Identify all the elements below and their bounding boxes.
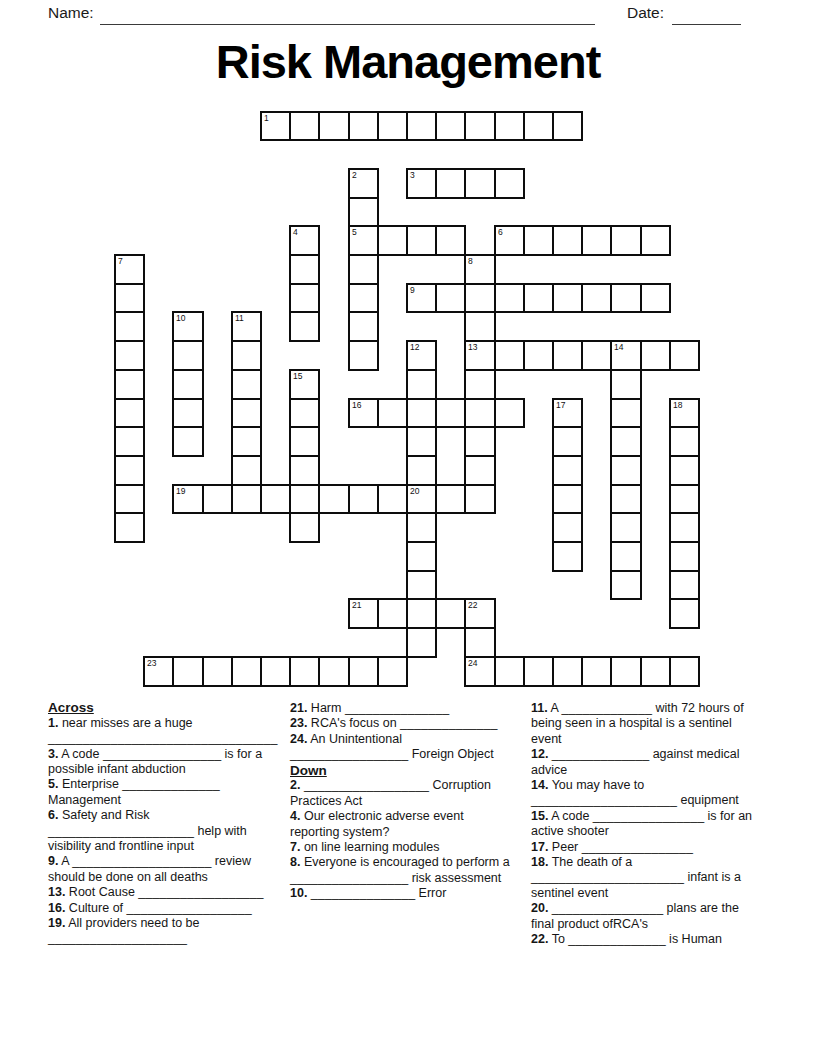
grid-cell[interactable] <box>172 656 204 687</box>
grid-cell[interactable] <box>435 598 466 629</box>
grid-cell[interactable] <box>523 225 554 256</box>
cell-number: 21 <box>352 600 361 611</box>
grid-cell[interactable] <box>231 484 262 514</box>
grid-cell[interactable] <box>610 455 642 486</box>
grid-cell[interactable] <box>669 426 700 457</box>
clue-number: 8. <box>290 855 300 869</box>
grid-cell[interactable] <box>406 512 437 543</box>
grid-cell[interactable] <box>552 426 583 457</box>
grid-cell[interactable] <box>669 484 700 514</box>
clue-item: 2. __________________ Corruption Practic… <box>290 778 514 809</box>
grid-cell[interactable] <box>552 656 583 687</box>
clue-item: 22. To ______________ is Human <box>531 932 761 947</box>
cell-number: 5 <box>352 227 357 238</box>
grid-cell[interactable] <box>348 111 379 141</box>
grid-cell[interactable] <box>464 398 496 428</box>
clue-item: 15. A code ________________ is for an ac… <box>531 809 761 840</box>
clue-item: 20. ________________ plans are the final… <box>531 901 761 932</box>
grid-cell[interactable] <box>435 111 466 141</box>
clue-number: 18. <box>531 855 548 869</box>
grid-cell[interactable] <box>114 283 145 313</box>
grid-cell[interactable] <box>435 283 466 313</box>
clue-number: 5. <box>48 777 58 791</box>
clue-item: 18. The death of a _____________________… <box>531 855 761 901</box>
grid-cell[interactable] <box>669 570 700 600</box>
clue-column-3: 11. A _____________ with 72 hours of bei… <box>531 701 761 948</box>
grid-cell[interactable] <box>231 656 262 687</box>
clue-number: 20. <box>531 901 548 915</box>
clue-item: 8. Everyone is encouraged to perform a _… <box>290 855 514 886</box>
grid-cell[interactable] <box>640 340 671 371</box>
cell-number: 17 <box>556 400 565 411</box>
clue-column-2: 21. Harm _______________23. RCA's focus … <box>290 701 514 902</box>
grid-cell[interactable]: 12 <box>406 340 437 371</box>
cell-number: 4 <box>293 227 298 238</box>
grid-cell[interactable]: 17 <box>552 398 583 428</box>
cell-number: 10 <box>176 313 185 324</box>
clue-item: 1. near misses are a huge ______________… <box>48 716 285 747</box>
grid-cell[interactable] <box>348 656 379 687</box>
clue-number: 16. <box>48 901 65 915</box>
clue-number: 12. <box>531 747 548 761</box>
grid-cell[interactable]: 4 <box>289 225 320 256</box>
grid-cell[interactable]: 20 <box>406 484 437 514</box>
grid-cell[interactable]: 8 <box>464 254 496 285</box>
grid-cell[interactable] <box>464 111 496 141</box>
grid-cell[interactable] <box>406 541 437 572</box>
clues-section-header: Across <box>48 700 285 716</box>
grid-cell[interactable] <box>406 627 437 658</box>
grid-cell[interactable] <box>610 541 642 572</box>
grid-cell[interactable] <box>581 340 612 371</box>
cell-number: 20 <box>410 486 419 497</box>
grid-cell[interactable] <box>552 512 583 543</box>
grid-cell[interactable] <box>114 426 145 457</box>
grid-cell[interactable] <box>494 168 525 199</box>
grid-cell[interactable] <box>348 340 379 371</box>
grid-cell[interactable]: 3 <box>406 168 437 199</box>
clue-item: 13. Root Cause __________________ <box>48 885 285 900</box>
grid-cell[interactable]: 15 <box>289 369 320 400</box>
grid-cell[interactable] <box>669 541 700 572</box>
grid-cell[interactable] <box>406 225 437 256</box>
clue-item: 3. A code _________________ is for a pos… <box>48 747 285 778</box>
grid-cell[interactable] <box>464 311 496 342</box>
clue-number: 17. <box>531 840 548 854</box>
grid-cell[interactable] <box>464 426 496 457</box>
grid-cell[interactable] <box>552 340 583 371</box>
clue-item: 14. You may have to ____________________… <box>531 778 761 809</box>
clue-item: 10. _______________ Error <box>290 886 514 901</box>
grid-cell[interactable] <box>231 455 262 486</box>
grid-cell[interactable] <box>231 340 262 371</box>
grid-cell[interactable] <box>581 656 612 687</box>
grid-cell[interactable]: 16 <box>348 398 379 428</box>
grid-cell[interactable] <box>464 455 496 486</box>
grid-cell[interactable] <box>640 656 671 687</box>
grid-cell[interactable] <box>377 656 408 687</box>
grid-cell[interactable] <box>523 656 554 687</box>
grid-cell[interactable] <box>406 398 437 428</box>
clue-item: 6. Safety and Risk _____________________… <box>48 808 285 854</box>
grid-cell[interactable] <box>581 225 612 256</box>
grid-cell[interactable] <box>610 656 642 687</box>
clue-item: 17. Peer ________________ <box>531 840 761 855</box>
grid-cell[interactable] <box>114 484 145 514</box>
grid-cell[interactable] <box>494 283 525 313</box>
grid-cell[interactable] <box>610 369 642 400</box>
crossword-grid: 123456789101112131415161718192021222324 <box>0 0 816 700</box>
grid-cell[interactable] <box>114 340 145 371</box>
cell-number: 19 <box>176 486 185 497</box>
grid-cell[interactable] <box>260 484 291 514</box>
grid-cell[interactable] <box>231 426 262 457</box>
grid-cell[interactable]: 23 <box>143 656 174 687</box>
grid-cell[interactable]: 1 <box>260 111 291 141</box>
cell-number: 12 <box>410 342 419 353</box>
grid-cell[interactable] <box>406 369 437 400</box>
grid-cell[interactable] <box>406 570 437 600</box>
grid-cell[interactable] <box>318 484 350 514</box>
clue-number: 21. <box>290 701 307 715</box>
cell-number: 9 <box>410 285 415 296</box>
grid-cell[interactable] <box>172 426 204 457</box>
clue-number: 9. <box>48 854 58 868</box>
clue-number: 19. <box>48 916 65 930</box>
grid-cell[interactable] <box>231 369 262 400</box>
grid-cell[interactable] <box>231 398 262 428</box>
grid-cell[interactable]: 7 <box>114 254 145 285</box>
grid-cell[interactable] <box>289 398 320 428</box>
grid-cell[interactable] <box>406 111 437 141</box>
grid-cell[interactable] <box>640 225 671 256</box>
grid-cell[interactable] <box>172 340 204 371</box>
grid-cell[interactable] <box>318 656 350 687</box>
clue-item: 7. on line learning modules <box>290 840 514 855</box>
grid-cell[interactable] <box>114 398 145 428</box>
grid-cell[interactable]: 18 <box>669 398 700 428</box>
grid-cell[interactable] <box>552 484 583 514</box>
grid-cell[interactable] <box>610 283 642 313</box>
grid-cell[interactable] <box>523 283 554 313</box>
cell-number: 7 <box>118 256 123 267</box>
grid-cell[interactable] <box>114 455 145 486</box>
grid-cell[interactable] <box>494 340 525 371</box>
grid-cell[interactable]: 22 <box>464 598 496 629</box>
grid-cell[interactable] <box>289 254 320 285</box>
grid-cell[interactable] <box>202 656 233 687</box>
grid-cell[interactable] <box>610 225 642 256</box>
cell-number: 22 <box>468 600 477 611</box>
grid-cell[interactable] <box>406 598 437 629</box>
clue-number: 3. <box>48 747 58 761</box>
grid-cell[interactable] <box>552 111 583 141</box>
clue-item: 23. RCA's focus on ______________ <box>290 716 514 731</box>
grid-cell[interactable] <box>552 541 583 572</box>
clue-item: 9. A ____________________ review should … <box>48 854 285 885</box>
grid-cell[interactable] <box>377 598 408 629</box>
cell-number: 13 <box>468 342 477 353</box>
grid-cell[interactable] <box>552 283 583 313</box>
grid-cell[interactable] <box>464 283 496 313</box>
grid-cell[interactable]: 10 <box>172 311 204 342</box>
cell-number: 18 <box>673 400 682 411</box>
grid-cell[interactable] <box>289 512 320 543</box>
grid-cell[interactable] <box>406 426 437 457</box>
cell-number: 16 <box>352 400 361 411</box>
clue-number: 24. <box>290 732 307 746</box>
grid-cell[interactable] <box>523 111 554 141</box>
grid-cell[interactable] <box>669 598 700 629</box>
grid-cell[interactable] <box>348 283 379 313</box>
grid-cell[interactable] <box>172 369 204 400</box>
cell-number: 11 <box>235 313 244 324</box>
cell-number: 23 <box>147 658 156 669</box>
grid-cell[interactable] <box>289 484 320 514</box>
clue-item: 19. All providers need to be ___________… <box>48 916 285 947</box>
grid-cell[interactable] <box>669 340 700 371</box>
clue-item: 16. Culture of __________________ <box>48 901 285 916</box>
grid-cell[interactable] <box>172 398 204 428</box>
clue-number: 2. <box>290 778 300 792</box>
clue-item: 12. ______________ against medical advic… <box>531 747 761 778</box>
worksheet-page: Name: Date: Risk Management 123456789101… <box>0 0 816 1056</box>
grid-cell[interactable] <box>202 484 233 514</box>
clue-number: 13. <box>48 885 65 899</box>
clue-column-1: Across1. near misses are a huge ________… <box>48 700 285 947</box>
grid-cell[interactable] <box>114 512 145 543</box>
grid-cell[interactable] <box>581 283 612 313</box>
clue-number: 22. <box>531 932 548 946</box>
grid-cell[interactable] <box>464 627 496 658</box>
grid-cell[interactable] <box>114 369 145 400</box>
grid-cell[interactable] <box>552 225 583 256</box>
grid-cell[interactable] <box>348 197 379 227</box>
grid-cell[interactable] <box>435 168 466 199</box>
clue-number: 23. <box>290 716 307 730</box>
grid-cell[interactable] <box>348 254 379 285</box>
clue-number: 4. <box>290 809 300 823</box>
cell-number: 2 <box>352 170 357 181</box>
grid-cell[interactable] <box>348 484 379 514</box>
grid-cell[interactable] <box>348 311 379 342</box>
clue-number: 14. <box>531 778 548 792</box>
grid-cell[interactable] <box>289 455 320 486</box>
grid-cell[interactable] <box>377 398 408 428</box>
grid-cell[interactable] <box>523 340 554 371</box>
grid-cell[interactable] <box>260 656 291 687</box>
cell-number: 6 <box>498 227 503 238</box>
clue-number: 10. <box>290 886 307 900</box>
grid-cell[interactable]: 2 <box>348 168 379 199</box>
grid-cell[interactable] <box>318 111 350 141</box>
clue-number: 11. <box>531 701 548 715</box>
grid-cell[interactable] <box>377 225 408 256</box>
grid-cell[interactable]: 9 <box>406 283 437 313</box>
grid-cell[interactable]: 14 <box>610 340 642 371</box>
grid-cell[interactable] <box>552 455 583 486</box>
grid-cell[interactable] <box>494 656 525 687</box>
cell-number: 15 <box>293 371 302 382</box>
grid-cell[interactable]: 24 <box>464 656 496 687</box>
clue-number: 7. <box>290 840 300 854</box>
grid-cell[interactable] <box>289 426 320 457</box>
grid-cell[interactable] <box>494 398 525 428</box>
cell-number: 24 <box>468 658 477 669</box>
clue-item: 21. Harm _______________ <box>290 701 514 716</box>
cell-number: 3 <box>410 170 415 181</box>
grid-cell[interactable] <box>610 426 642 457</box>
grid-cell[interactable]: 11 <box>231 311 262 342</box>
grid-cell[interactable] <box>435 225 466 256</box>
clue-item: 24. An Unintentional _________________ F… <box>290 732 514 763</box>
grid-cell[interactable] <box>610 570 642 600</box>
grid-cell[interactable] <box>640 283 671 313</box>
grid-cell[interactable] <box>435 398 466 428</box>
clue-item: 4. Our electronic adverse event reportin… <box>290 809 514 840</box>
clue-number: 15. <box>531 809 548 823</box>
cell-number: 14 <box>614 342 623 353</box>
grid-cell[interactable]: 5 <box>348 225 379 256</box>
clue-item: 11. A _____________ with 72 hours of bei… <box>531 701 761 747</box>
grid-cell[interactable] <box>377 111 408 141</box>
grid-cell[interactable] <box>494 111 525 141</box>
grid-cell[interactable] <box>114 311 145 342</box>
clue-number: 6. <box>48 808 58 822</box>
grid-cell[interactable] <box>377 484 408 514</box>
grid-cell[interactable] <box>289 283 320 313</box>
grid-cell[interactable] <box>669 512 700 543</box>
grid-cell[interactable]: 21 <box>348 598 379 629</box>
grid-cell[interactable] <box>464 484 496 514</box>
clue-number: 1. <box>48 716 58 730</box>
clues-section-header: Down <box>290 763 514 779</box>
grid-cell[interactable] <box>669 455 700 486</box>
grid-cell[interactable]: 6 <box>494 225 525 256</box>
grid-cell[interactable] <box>289 111 320 141</box>
grid-cell[interactable] <box>289 656 320 687</box>
grid-cell[interactable] <box>610 512 642 543</box>
grid-cell[interactable]: 19 <box>172 484 204 514</box>
grid-cell[interactable] <box>610 484 642 514</box>
grid-cell[interactable]: 13 <box>464 340 496 371</box>
grid-cell[interactable] <box>669 656 700 687</box>
grid-cell[interactable] <box>406 455 437 486</box>
cell-number: 1 <box>264 113 269 124</box>
cell-number: 8 <box>468 256 473 267</box>
clue-item: 5. Enterprise ______________ Management <box>48 777 285 808</box>
grid-cell[interactable] <box>610 398 642 428</box>
grid-cell[interactable] <box>464 168 496 199</box>
grid-cell[interactable] <box>435 484 466 514</box>
grid-cell[interactable] <box>289 311 320 342</box>
grid-cell[interactable] <box>464 369 496 400</box>
